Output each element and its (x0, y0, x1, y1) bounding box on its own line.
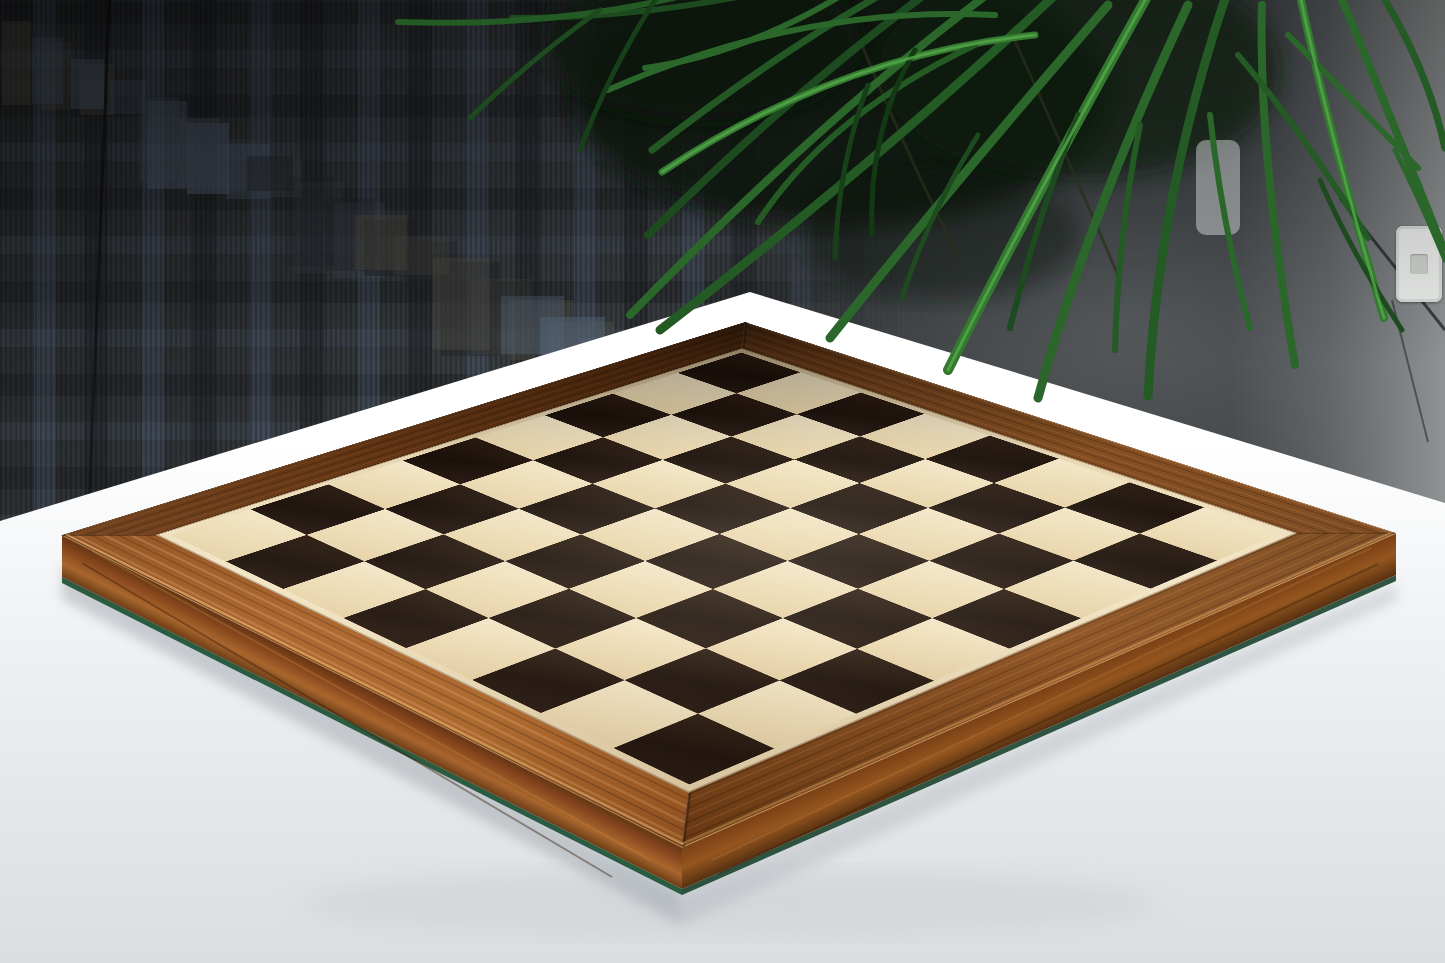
mosaic-tile-patch (355, 215, 407, 270)
mosaic-tile-patch (140, 97, 178, 183)
scene (0, 0, 1445, 963)
mosaic-tile-patch (872, 4, 899, 36)
frame-miter-joint-left (61, 535, 156, 536)
power-outlet (1396, 226, 1442, 302)
outlet-socket (1410, 254, 1428, 274)
frame-miter-joint-right (1296, 533, 1395, 534)
mosaic-tile-patch (501, 296, 563, 354)
mosaic-tile-patch (286, 177, 334, 266)
mosaic-tile-patch (247, 156, 292, 191)
mosaic-tile-patch (2, 21, 31, 105)
mosaic-tile-patch (32, 37, 63, 103)
mosaic-tile-patch (179, 118, 220, 187)
mosaic-tile-patch (71, 59, 105, 109)
